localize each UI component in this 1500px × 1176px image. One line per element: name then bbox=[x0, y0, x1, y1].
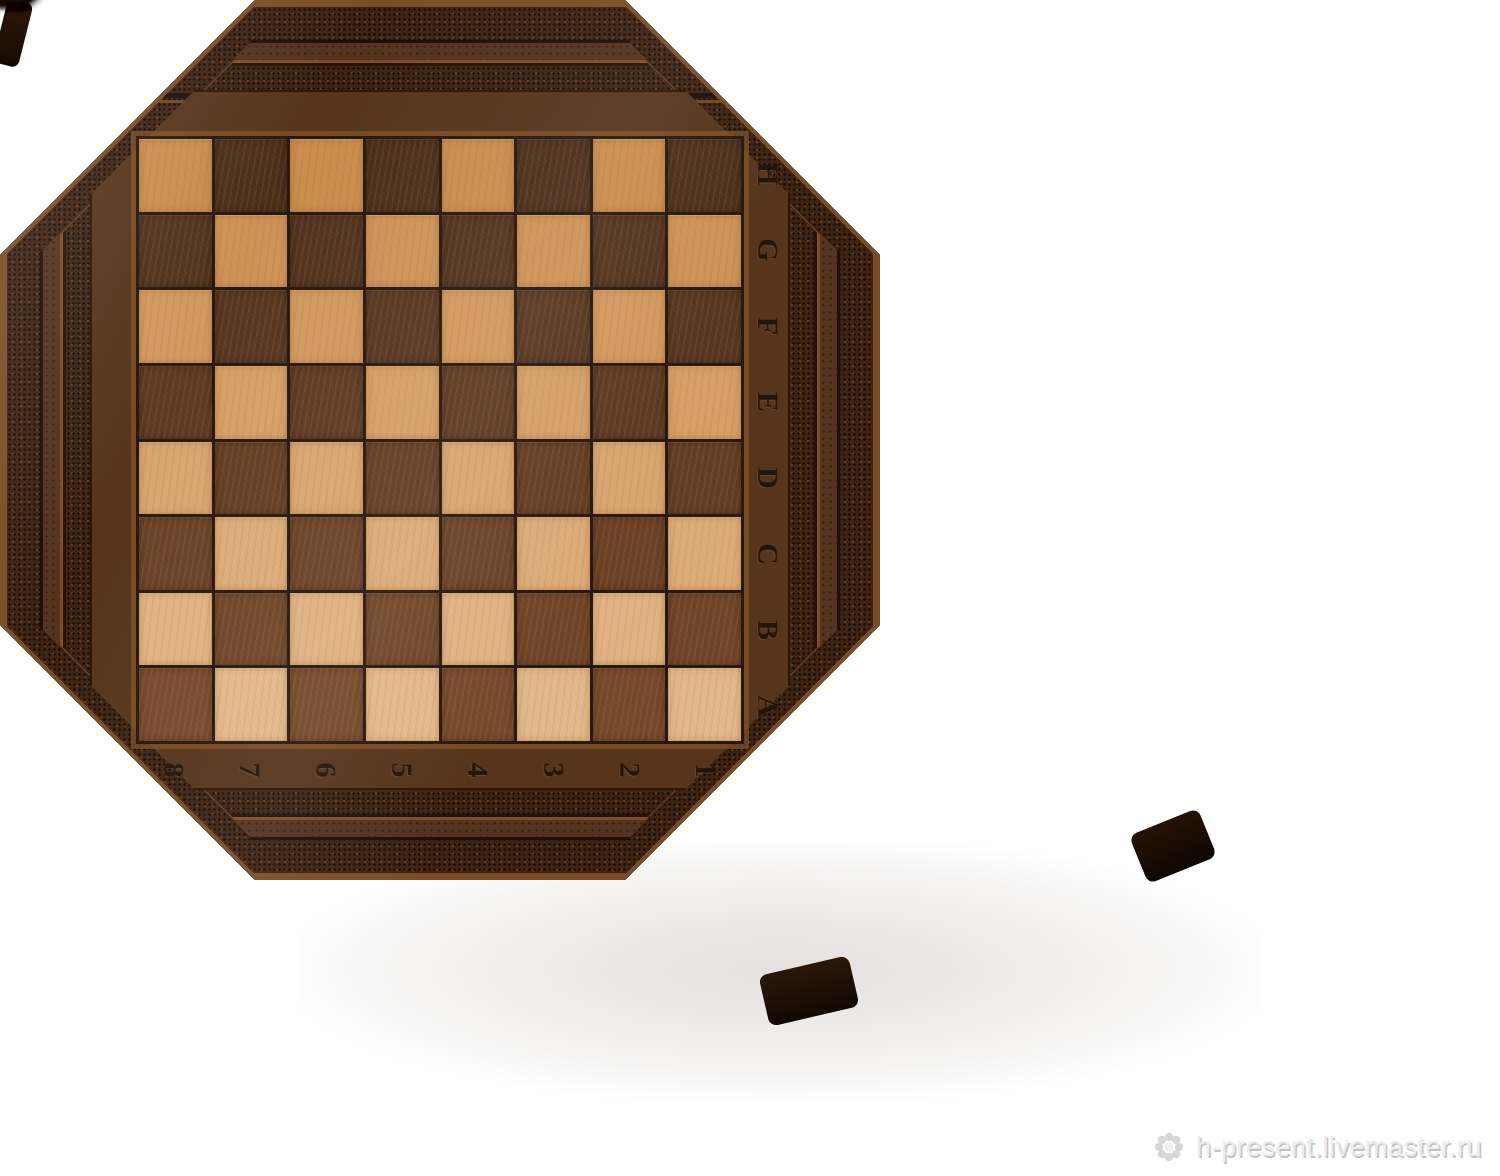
square-H4[interactable] bbox=[442, 139, 515, 212]
square-B5[interactable] bbox=[366, 593, 439, 666]
square-D5[interactable] bbox=[366, 442, 439, 515]
square-E2[interactable] bbox=[593, 366, 666, 439]
watermark-text: h-present.livemaster.ru bbox=[1196, 1132, 1482, 1163]
square-A8[interactable] bbox=[139, 668, 212, 741]
square-G6[interactable] bbox=[290, 215, 363, 288]
square-E4[interactable] bbox=[442, 366, 515, 439]
square-A1[interactable] bbox=[668, 668, 741, 741]
square-B7[interactable] bbox=[215, 593, 288, 666]
square-D2[interactable] bbox=[593, 442, 666, 515]
square-G2[interactable] bbox=[593, 215, 666, 288]
square-F2[interactable] bbox=[593, 290, 666, 363]
square-C8[interactable] bbox=[139, 517, 212, 590]
square-C7[interactable] bbox=[215, 517, 288, 590]
square-B2[interactable] bbox=[593, 593, 666, 666]
square-C3[interactable] bbox=[517, 517, 590, 590]
square-F3[interactable] bbox=[517, 290, 590, 363]
square-B6[interactable] bbox=[290, 593, 363, 666]
square-A3[interactable] bbox=[517, 668, 590, 741]
product-photo-scene: HGFEDCBA87654321 ♜♞♝♚♛♝♞♜♟♟♟♟♟♟♟♟♟♟♟♟♟♟♟… bbox=[0, 0, 1500, 1176]
square-H2[interactable] bbox=[593, 139, 666, 212]
square-F5[interactable] bbox=[366, 290, 439, 363]
square-H1[interactable] bbox=[668, 139, 741, 212]
square-F1[interactable] bbox=[668, 290, 741, 363]
square-C4[interactable] bbox=[442, 517, 515, 590]
square-H5[interactable] bbox=[366, 139, 439, 212]
playing-grid bbox=[136, 136, 744, 744]
square-D1[interactable] bbox=[668, 442, 741, 515]
square-H8[interactable] bbox=[139, 139, 212, 212]
square-A4[interactable] bbox=[442, 668, 515, 741]
square-B8[interactable] bbox=[139, 593, 212, 666]
piece-white-rook[interactable]: ♜ bbox=[0, 0, 41, 9]
square-G8[interactable] bbox=[139, 215, 212, 288]
square-B4[interactable] bbox=[442, 593, 515, 666]
square-F6[interactable] bbox=[290, 290, 363, 363]
square-H7[interactable] bbox=[215, 139, 288, 212]
square-A2[interactable] bbox=[593, 668, 666, 741]
square-C1[interactable] bbox=[668, 517, 741, 590]
square-D4[interactable] bbox=[442, 442, 515, 515]
watermark: h-present.livemaster.ru bbox=[1152, 1130, 1482, 1164]
square-A6[interactable] bbox=[290, 668, 363, 741]
square-E7[interactable] bbox=[215, 366, 288, 439]
square-G7[interactable] bbox=[215, 215, 288, 288]
square-G3[interactable] bbox=[517, 215, 590, 288]
square-E3[interactable] bbox=[517, 366, 590, 439]
square-D8[interactable] bbox=[139, 442, 212, 515]
square-F8[interactable] bbox=[139, 290, 212, 363]
square-G5[interactable] bbox=[366, 215, 439, 288]
square-A5[interactable] bbox=[366, 668, 439, 741]
square-E8[interactable] bbox=[139, 366, 212, 439]
square-E6[interactable] bbox=[290, 366, 363, 439]
square-F7[interactable] bbox=[215, 290, 288, 363]
square-C2[interactable] bbox=[593, 517, 666, 590]
square-E1[interactable] bbox=[668, 366, 741, 439]
square-E5[interactable] bbox=[366, 366, 439, 439]
square-H3[interactable] bbox=[517, 139, 590, 212]
square-F4[interactable] bbox=[442, 290, 515, 363]
square-D3[interactable] bbox=[517, 442, 590, 515]
square-C6[interactable] bbox=[290, 517, 363, 590]
chess-board: HGFEDCBA87654321 bbox=[0, 0, 880, 880]
square-G4[interactable] bbox=[442, 215, 515, 288]
square-B1[interactable] bbox=[668, 593, 741, 666]
square-D7[interactable] bbox=[215, 442, 288, 515]
square-G1[interactable] bbox=[668, 215, 741, 288]
square-D6[interactable] bbox=[290, 442, 363, 515]
square-H6[interactable] bbox=[290, 139, 363, 212]
square-B3[interactable] bbox=[517, 593, 590, 666]
square-A7[interactable] bbox=[215, 668, 288, 741]
flower-icon bbox=[1152, 1130, 1186, 1164]
square-C5[interactable] bbox=[366, 517, 439, 590]
